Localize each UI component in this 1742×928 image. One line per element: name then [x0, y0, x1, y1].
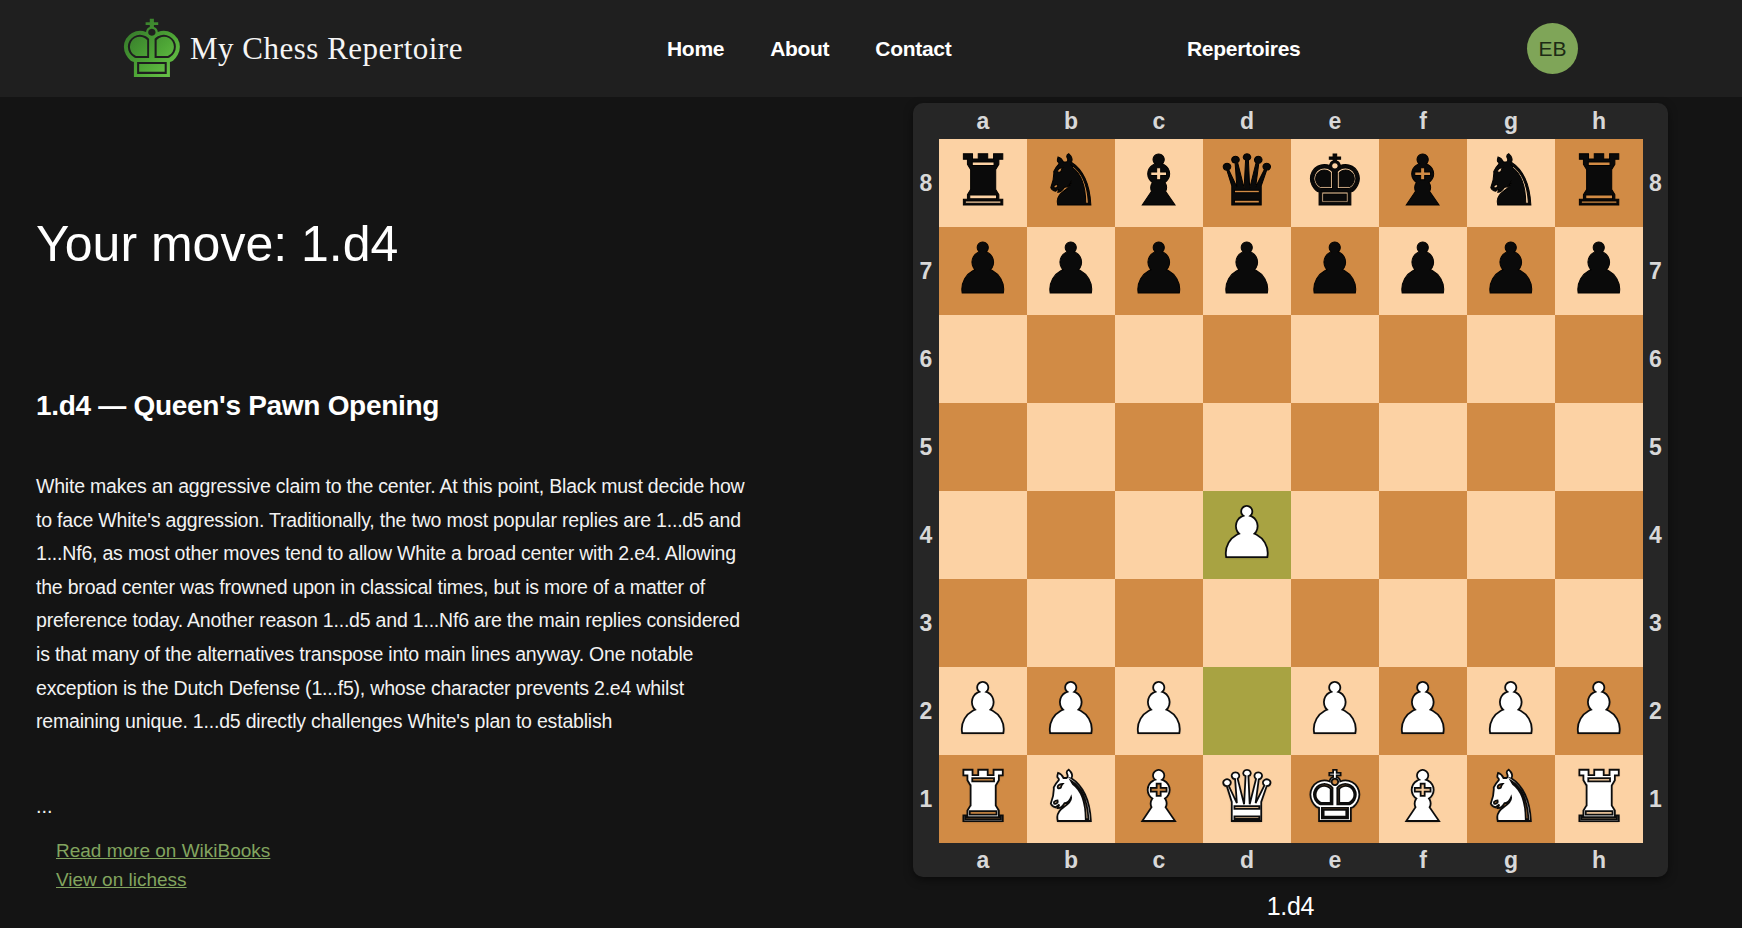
file-label-b: b [1027, 103, 1115, 139]
rank-label-2: 2 [913, 667, 939, 755]
site-title: My Chess Repertoire [190, 31, 463, 67]
square-d7[interactable]: ♟ [1203, 227, 1291, 315]
square-h7[interactable]: ♟ [1555, 227, 1643, 315]
file-label-f: f [1379, 843, 1467, 877]
square-f4[interactable] [1379, 491, 1467, 579]
white-pawn-d4[interactable]: ♟ [1216, 498, 1279, 568]
white-pawn-c2[interactable]: ♟ [1128, 674, 1191, 744]
rank-labels-left: 87654321 [913, 139, 939, 843]
square-h5[interactable] [1555, 403, 1643, 491]
square-a3[interactable] [939, 579, 1027, 667]
file-label-c: c [1115, 103, 1203, 139]
rank-label-5: 5 [913, 403, 939, 491]
square-e3[interactable] [1291, 579, 1379, 667]
rank-label-5: 5 [1643, 403, 1668, 491]
square-d3[interactable] [1203, 579, 1291, 667]
square-h1[interactable]: ♜ [1555, 755, 1643, 843]
square-a7[interactable]: ♟ [939, 227, 1027, 315]
black-pawn-f7[interactable]: ♟ [1392, 234, 1455, 304]
white-bishop-f1[interactable]: ♝ [1392, 762, 1455, 832]
rank-label-6: 6 [1643, 315, 1668, 403]
file-label-g: g [1467, 103, 1555, 139]
main-nav: Home About Contact [667, 0, 951, 97]
square-c5[interactable] [1115, 403, 1203, 491]
white-pawn-h2[interactable]: ♟ [1568, 674, 1631, 744]
square-f2[interactable]: ♟ [1379, 667, 1467, 755]
white-bishop-c1[interactable]: ♝ [1128, 762, 1191, 832]
file-labels-bottom: abcdefgh [939, 843, 1643, 877]
rank-label-7: 7 [913, 227, 939, 315]
square-h4[interactable] [1555, 491, 1643, 579]
square-d5[interactable] [1203, 403, 1291, 491]
square-c8[interactable]: ♝ [1115, 139, 1203, 227]
square-b8[interactable]: ♞ [1027, 139, 1115, 227]
square-a8[interactable]: ♜ [939, 139, 1027, 227]
square-h8[interactable]: ♜ [1555, 139, 1643, 227]
square-g2[interactable]: ♟ [1467, 667, 1555, 755]
square-g1[interactable]: ♞ [1467, 755, 1555, 843]
black-bishop-c8[interactable]: ♝ [1128, 146, 1191, 216]
white-king-e1[interactable]: ♚ [1304, 762, 1367, 832]
square-d1[interactable]: ♛ [1203, 755, 1291, 843]
white-pawn-f2[interactable]: ♟ [1392, 674, 1455, 744]
black-rook-a8[interactable]: ♜ [952, 146, 1015, 216]
square-a1[interactable]: ♜ [939, 755, 1027, 843]
white-pawn-a2[interactable]: ♟ [952, 674, 1015, 744]
file-label-a: a [939, 843, 1027, 877]
square-b4[interactable] [1027, 491, 1115, 579]
square-e6[interactable] [1291, 315, 1379, 403]
file-label-e: e [1291, 843, 1379, 877]
top-nav: ♚ My Chess Repertoire Home About Contact… [0, 0, 1742, 97]
black-pawn-g7[interactable]: ♟ [1480, 234, 1543, 304]
white-rook-h1[interactable]: ♜ [1568, 762, 1631, 832]
square-e5[interactable] [1291, 403, 1379, 491]
square-e1[interactable]: ♚ [1291, 755, 1379, 843]
rank-label-7: 7 [1643, 227, 1668, 315]
square-c1[interactable]: ♝ [1115, 755, 1203, 843]
square-c7[interactable]: ♟ [1115, 227, 1203, 315]
rank-label-1: 1 [913, 755, 939, 843]
square-d4[interactable]: ♟ [1203, 491, 1291, 579]
square-b3[interactable] [1027, 579, 1115, 667]
square-e8[interactable]: ♚ [1291, 139, 1379, 227]
white-pawn-g2[interactable]: ♟ [1480, 674, 1543, 744]
square-a6[interactable] [939, 315, 1027, 403]
move-caption: 1.d4 [913, 892, 1668, 921]
rank-label-3: 3 [1643, 579, 1668, 667]
square-g8[interactable]: ♞ [1467, 139, 1555, 227]
file-label-b: b [1027, 843, 1115, 877]
file-label-d: d [1203, 103, 1291, 139]
nav-link-contact[interactable]: Contact [875, 37, 951, 61]
black-pawn-c7[interactable]: ♟ [1128, 234, 1191, 304]
black-knight-g8[interactable]: ♞ [1480, 146, 1543, 216]
opening-description: White makes an aggressive claim to the c… [36, 470, 758, 739]
square-e4[interactable] [1291, 491, 1379, 579]
white-knight-g1[interactable]: ♞ [1480, 762, 1543, 832]
board-squares: ♜♞♝♛♚♝♞♜♟♟♟♟♟♟♟♟♟♟♟♟♟♟♟♟♜♞♝♛♚♝♞♜ [939, 139, 1643, 843]
rank-label-1: 1 [1643, 755, 1668, 843]
file-labels-top: abcdefgh [939, 103, 1643, 139]
rank-label-4: 4 [1643, 491, 1668, 579]
square-d2[interactable] [1203, 667, 1291, 755]
file-label-a: a [939, 103, 1027, 139]
square-a5[interactable] [939, 403, 1027, 491]
nav-link-repertoires[interactable]: Repertoires [1187, 37, 1300, 61]
file-label-e: e [1291, 103, 1379, 139]
white-pawn-e2[interactable]: ♟ [1304, 674, 1367, 744]
square-b5[interactable] [1027, 403, 1115, 491]
square-b1[interactable]: ♞ [1027, 755, 1115, 843]
rank-label-8: 8 [1643, 139, 1668, 227]
black-pawn-e7[interactable]: ♟ [1304, 234, 1367, 304]
file-label-h: h [1555, 103, 1643, 139]
file-label-f: f [1379, 103, 1467, 139]
black-queen-d8[interactable]: ♛ [1216, 146, 1279, 216]
file-label-h: h [1555, 843, 1643, 877]
rank-labels-right: 87654321 [1643, 139, 1668, 843]
square-h3[interactable] [1555, 579, 1643, 667]
file-label-d: d [1203, 843, 1291, 877]
square-c3[interactable] [1115, 579, 1203, 667]
square-f1[interactable]: ♝ [1379, 755, 1467, 843]
chess-king-logo-icon: ♚ [116, 10, 188, 90]
nav-link-about[interactable]: About [770, 37, 829, 61]
white-queen-d1[interactable]: ♛ [1216, 762, 1279, 832]
square-f7[interactable]: ♟ [1379, 227, 1467, 315]
square-h2[interactable]: ♟ [1555, 667, 1643, 755]
black-rook-h8[interactable]: ♜ [1568, 146, 1631, 216]
rank-label-6: 6 [913, 315, 939, 403]
square-f8[interactable]: ♝ [1379, 139, 1467, 227]
white-knight-b1[interactable]: ♞ [1040, 762, 1103, 832]
square-d8[interactable]: ♛ [1203, 139, 1291, 227]
square-e2[interactable]: ♟ [1291, 667, 1379, 755]
nav-link-home[interactable]: Home [667, 37, 724, 61]
square-g4[interactable] [1467, 491, 1555, 579]
square-g3[interactable] [1467, 579, 1555, 667]
square-f5[interactable] [1379, 403, 1467, 491]
logo-link[interactable]: ♚ [116, 4, 188, 96]
square-g7[interactable]: ♟ [1467, 227, 1555, 315]
black-knight-b8[interactable]: ♞ [1040, 146, 1103, 216]
black-pawn-b7[interactable]: ♟ [1040, 234, 1103, 304]
rank-label-8: 8 [913, 139, 939, 227]
square-d6[interactable] [1203, 315, 1291, 403]
user-avatar[interactable]: EB [1527, 23, 1578, 74]
square-f6[interactable] [1379, 315, 1467, 403]
square-g6[interactable] [1467, 315, 1555, 403]
square-b7[interactable]: ♟ [1027, 227, 1115, 315]
rank-label-3: 3 [913, 579, 939, 667]
lichess-link[interactable]: View on lichess [56, 869, 270, 891]
black-bishop-f8[interactable]: ♝ [1392, 146, 1455, 216]
square-c4[interactable] [1115, 491, 1203, 579]
square-h6[interactable] [1555, 315, 1643, 403]
black-pawn-d7[interactable]: ♟ [1216, 234, 1279, 304]
black-king-e8[interactable]: ♚ [1304, 146, 1367, 216]
chess-board: abcdefgh 87654321 ♜♞♝♛♚♝♞♜♟♟♟♟♟♟♟♟♟♟♟♟♟♟… [913, 103, 1668, 877]
square-b6[interactable] [1027, 315, 1115, 403]
file-label-c: c [1115, 843, 1203, 877]
square-f3[interactable] [1379, 579, 1467, 667]
wikibooks-link[interactable]: Read more on WikiBooks [56, 840, 270, 862]
square-c2[interactable]: ♟ [1115, 667, 1203, 755]
square-a4[interactable] [939, 491, 1027, 579]
square-g5[interactable] [1467, 403, 1555, 491]
file-label-g: g [1467, 843, 1555, 877]
truncation-ellipsis: ... [36, 795, 53, 818]
black-pawn-a7[interactable]: ♟ [952, 234, 1015, 304]
opening-title: 1.d4 — Queen's Pawn Opening [36, 390, 439, 422]
square-c6[interactable] [1115, 315, 1203, 403]
square-b2[interactable]: ♟ [1027, 667, 1115, 755]
white-pawn-b2[interactable]: ♟ [1040, 674, 1103, 744]
page-title: Your move: 1.d4 [36, 215, 398, 273]
white-rook-a1[interactable]: ♜ [952, 762, 1015, 832]
black-pawn-h7[interactable]: ♟ [1568, 234, 1631, 304]
rank-label-2: 2 [1643, 667, 1668, 755]
square-a2[interactable]: ♟ [939, 667, 1027, 755]
external-links: Read more on WikiBooks View on lichess [56, 840, 270, 891]
square-e7[interactable]: ♟ [1291, 227, 1379, 315]
rank-label-4: 4 [913, 491, 939, 579]
